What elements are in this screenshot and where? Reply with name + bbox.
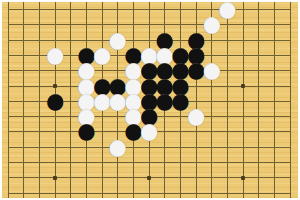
white-stone: ● bbox=[95, 94, 110, 109]
black-stone: ● bbox=[79, 124, 94, 139]
grid-line-horizontal bbox=[8, 162, 291, 163]
grid-line-horizontal bbox=[8, 24, 291, 25]
white-stone: ● bbox=[110, 33, 125, 48]
white-stone: ● bbox=[48, 48, 63, 63]
white-stone: ● bbox=[204, 17, 219, 32]
star-point bbox=[241, 84, 245, 88]
white-stone: ● bbox=[189, 109, 204, 124]
grid-line-horizontal bbox=[8, 9, 291, 10]
grid-line-horizontal bbox=[8, 147, 291, 148]
grid-line-horizontal bbox=[8, 193, 291, 194]
white-stone: ● bbox=[220, 2, 235, 17]
black-stone: ● bbox=[173, 94, 188, 109]
go-board[interactable]: ●●●●●●●●●●●●●●●●●●●●●●●●●●●●●●●●●●●●●●●●… bbox=[2, 2, 298, 198]
white-stone: ● bbox=[110, 94, 125, 109]
white-stone: ● bbox=[95, 48, 110, 63]
star-point bbox=[53, 176, 57, 180]
black-stone: ● bbox=[48, 94, 63, 109]
star-point bbox=[241, 176, 245, 180]
black-stone: ● bbox=[157, 94, 172, 109]
grid-line-horizontal bbox=[8, 40, 291, 41]
black-stone: ● bbox=[189, 63, 204, 78]
black-stone: ● bbox=[126, 124, 141, 139]
white-stone: ● bbox=[142, 124, 157, 139]
board-frame: ●●●●●●●●●●●●●●●●●●●●●●●●●●●●●●●●●●●●●●●●… bbox=[0, 0, 300, 200]
star-point bbox=[53, 84, 57, 88]
white-stone: ● bbox=[204, 63, 219, 78]
white-stone: ● bbox=[110, 140, 125, 155]
star-point bbox=[147, 176, 151, 180]
